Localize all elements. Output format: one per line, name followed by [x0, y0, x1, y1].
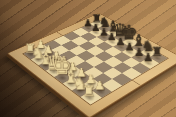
piece-shadow — [40, 61, 53, 69]
piece-shadow — [35, 46, 47, 53]
piece-shadow — [66, 68, 79, 76]
square-h5 — [122, 67, 141, 79]
square-h3 — [102, 78, 122, 91]
piece-shadow — [82, 93, 96, 103]
piece-shadow — [32, 56, 44, 63]
piece-shadow — [64, 79, 78, 88]
chess-photo-scene: ♜♞♝♛♚♝♞♜♟♟♟♟♟♟♟♟♟♟♟♟♟♟♟♟♜♞♝♛♚♝♞♜ — [0, 0, 176, 117]
piece-shadow — [115, 34, 127, 40]
